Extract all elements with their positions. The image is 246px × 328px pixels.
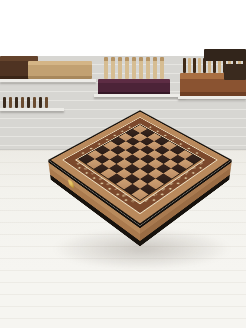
inlay-dot — [177, 183, 179, 184]
purple-display-box-center — [98, 79, 170, 95]
display-piece — [125, 57, 129, 79]
inlay-dot — [101, 183, 103, 184]
brass-latch[interactable] — [68, 179, 74, 189]
display-piece — [118, 57, 122, 79]
product-photo-chess-set: abcdefgh12345678 ♜♞♝♛♚♝♞♜♟♟♟♟♟♟♟♟♟♟♟♟♟♟♟… — [0, 0, 246, 328]
inlay-dot — [114, 135, 116, 136]
mini-piece — [45, 97, 48, 108]
shelf-lower-left — [0, 108, 64, 111]
inlay-dot — [192, 172, 194, 173]
shelf-left — [0, 79, 96, 82]
mini-piece — [3, 97, 6, 108]
mini-piece — [33, 97, 36, 108]
dark-items-top-right — [204, 49, 246, 61]
mini-piece — [183, 58, 186, 73]
mini-piece — [193, 58, 196, 73]
mini-piece — [21, 97, 24, 108]
inlay-dot — [161, 194, 163, 195]
mini-piece — [188, 58, 191, 73]
inlay-dot — [185, 177, 187, 178]
display-piece — [139, 57, 143, 79]
inlay-dot — [109, 188, 111, 189]
mini-piece — [9, 97, 12, 108]
inlay-dot — [106, 139, 108, 140]
dark-box-far-right — [224, 64, 246, 80]
mini-piece — [39, 97, 42, 108]
inlay-dot — [93, 177, 95, 178]
shelf-right — [178, 96, 246, 99]
inlay-dot — [125, 199, 127, 200]
mini-piece — [15, 97, 18, 108]
mini-piece — [27, 97, 30, 108]
tan-chess-box-left — [28, 61, 92, 79]
display-piece — [132, 57, 136, 79]
inlay-dot — [199, 167, 201, 168]
display-piece — [146, 57, 150, 79]
inlay-dot — [153, 199, 155, 200]
shelf-center — [94, 94, 186, 97]
inlay-dot — [117, 194, 119, 195]
mini-piece — [198, 58, 201, 73]
display-piece — [111, 57, 115, 79]
inlay-dot — [78, 167, 80, 168]
display-piece — [104, 57, 108, 79]
inlay-dot — [169, 188, 171, 189]
display-piece — [153, 57, 157, 79]
display-piece — [160, 57, 164, 79]
inlay-dot — [98, 143, 100, 144]
inlay-dot — [86, 172, 88, 173]
